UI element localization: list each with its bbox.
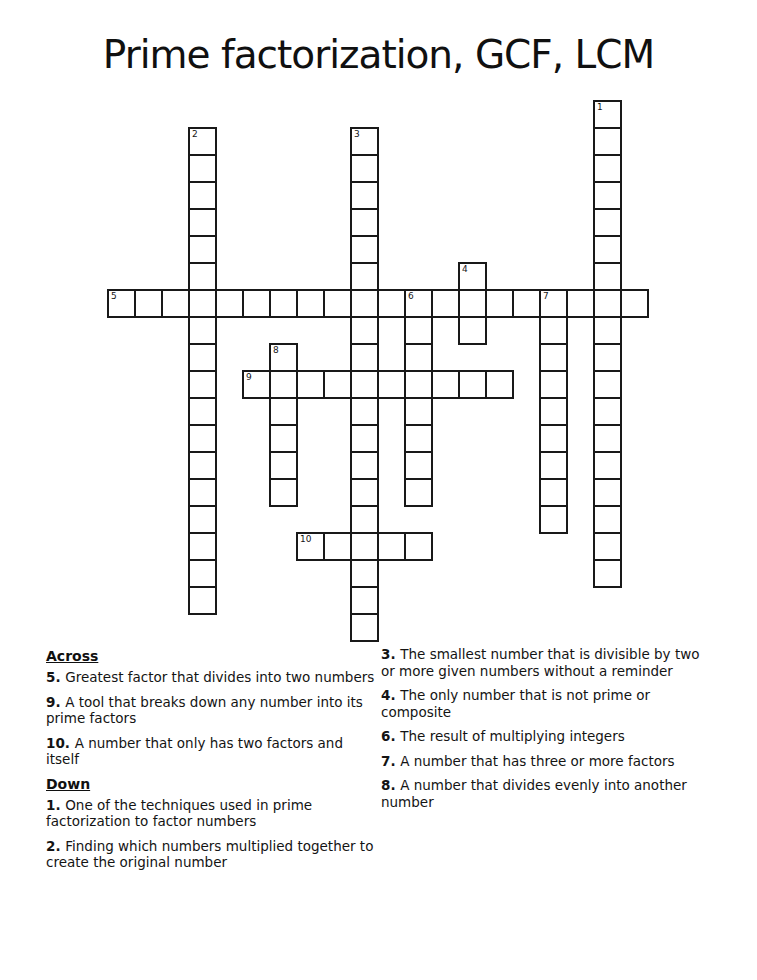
grid-cell[interactable] <box>512 289 541 318</box>
grid-cell[interactable] <box>350 559 379 588</box>
grid-cell[interactable] <box>188 154 217 183</box>
grid-cell[interactable] <box>593 235 622 264</box>
clue-number: 6. <box>381 728 400 744</box>
grid-cell[interactable] <box>431 289 460 318</box>
clue-item: 1. One of the techniques used in prime f… <box>46 797 380 830</box>
grid-cell[interactable] <box>188 478 217 507</box>
grid-cell[interactable] <box>458 316 487 345</box>
grid-cell[interactable] <box>350 397 379 426</box>
grid-cell[interactable] <box>593 559 622 588</box>
grid-cell[interactable] <box>593 208 622 237</box>
grid-cell[interactable] <box>188 343 217 372</box>
grid-cell[interactable] <box>350 505 379 534</box>
clue-text: A tool that breaks down any number into … <box>46 694 363 727</box>
grid-cell[interactable] <box>350 154 379 183</box>
grid-cell[interactable] <box>404 343 433 372</box>
cell-number: 8 <box>273 345 279 355</box>
grid-cell[interactable] <box>377 370 406 399</box>
grid-cell[interactable] <box>404 397 433 426</box>
grid-cell[interactable] <box>188 397 217 426</box>
grid-cell[interactable] <box>377 532 406 561</box>
clues-down-right: 3. The smallest number that is divisible… <box>381 646 715 810</box>
clue-text: Finding which numbers multiplied togethe… <box>46 838 373 871</box>
clue-item: 8. A number that divides evenly into ano… <box>381 777 715 810</box>
grid-cell[interactable] <box>188 505 217 534</box>
grid-cell[interactable] <box>620 289 649 318</box>
page-title: Prime factorization, GCF, LCM <box>0 32 757 77</box>
cell-number: 10 <box>300 534 311 544</box>
grid-cell[interactable] <box>350 532 379 561</box>
grid-cell[interactable]: 8 <box>269 343 298 372</box>
clue-text: Greatest factor that divides into two nu… <box>65 669 374 685</box>
clue-text: A number that divides evenly into anothe… <box>381 777 687 810</box>
grid-cell[interactable]: 5 <box>107 289 136 318</box>
grid-cell[interactable] <box>350 181 379 210</box>
grid-cell[interactable] <box>134 289 163 318</box>
grid-cell[interactable] <box>269 451 298 480</box>
grid-cell[interactable] <box>323 289 352 318</box>
grid-cell[interactable] <box>404 316 433 345</box>
grid-cell[interactable] <box>215 289 244 318</box>
grid-cell[interactable] <box>404 451 433 480</box>
down-header: Down <box>46 776 380 792</box>
cell-number: 5 <box>111 291 117 301</box>
clue-item: 10. A number that only has two factors a… <box>46 735 380 768</box>
grid-cell[interactable] <box>323 370 352 399</box>
grid-cell[interactable] <box>539 316 568 345</box>
clues-column-left: Across 5. Greatest factor that divides i… <box>46 648 380 879</box>
grid-cell[interactable] <box>188 559 217 588</box>
clue-number: 9. <box>46 694 65 710</box>
grid-cell[interactable] <box>188 316 217 345</box>
clue-item: 6. The result of multiplying integers <box>381 728 715 745</box>
clue-text: A number that has three or more factors <box>400 753 674 769</box>
clue-text: The smallest number that is divisible by… <box>381 646 699 679</box>
grid-cell[interactable] <box>350 424 379 453</box>
grid-cell[interactable]: 9 <box>242 370 271 399</box>
clue-number: 4. <box>381 687 400 703</box>
grid-cell[interactable] <box>350 208 379 237</box>
grid-cell[interactable] <box>404 424 433 453</box>
grid-cell[interactable] <box>269 397 298 426</box>
grid-cell[interactable] <box>188 181 217 210</box>
grid-cell[interactable] <box>593 343 622 372</box>
grid-cell[interactable] <box>539 478 568 507</box>
cell-number: 2 <box>192 129 198 139</box>
grid-cell[interactable] <box>296 289 325 318</box>
grid-cell[interactable] <box>350 451 379 480</box>
grid-cell[interactable] <box>350 370 379 399</box>
grid-cell[interactable] <box>539 424 568 453</box>
grid-cell[interactable] <box>539 505 568 534</box>
grid-cell[interactable] <box>593 316 622 345</box>
grid-cell[interactable] <box>188 586 217 615</box>
crossword-grid: 12345678910 <box>107 100 650 643</box>
grid-cell[interactable] <box>188 235 217 264</box>
grid-cell[interactable] <box>539 451 568 480</box>
grid-cell[interactable] <box>593 397 622 426</box>
cell-number: 7 <box>543 291 549 301</box>
grid-cell[interactable] <box>323 532 352 561</box>
grid-cell[interactable] <box>350 478 379 507</box>
clue-number: 5. <box>46 669 65 685</box>
clue-item: 4. The only number that is not prime or … <box>381 687 715 720</box>
grid-cell[interactable] <box>350 613 379 642</box>
grid-cell[interactable] <box>404 478 433 507</box>
grid-cell[interactable] <box>404 370 433 399</box>
grid-cell[interactable] <box>269 289 298 318</box>
grid-cell[interactable] <box>350 586 379 615</box>
grid-cell[interactable] <box>269 424 298 453</box>
clue-text: The only number that is not prime or com… <box>381 687 650 720</box>
grid-cell[interactable] <box>539 343 568 372</box>
grid-cell[interactable] <box>350 289 379 318</box>
grid-cell[interactable] <box>269 370 298 399</box>
grid-cell[interactable] <box>188 451 217 480</box>
grid-cell[interactable] <box>593 154 622 183</box>
grid-cell[interactable]: 10 <box>296 532 325 561</box>
grid-cell[interactable] <box>566 289 595 318</box>
clue-text: The result of multiplying integers <box>400 728 625 744</box>
grid-cell[interactable] <box>593 532 622 561</box>
cell-number: 1 <box>597 102 603 112</box>
grid-cell[interactable] <box>485 289 514 318</box>
grid-cell[interactable] <box>296 370 325 399</box>
grid-cell[interactable] <box>350 343 379 372</box>
across-header: Across <box>46 648 380 664</box>
grid-cell[interactable] <box>350 262 379 291</box>
grid-cell[interactable] <box>350 235 379 264</box>
grid-cell[interactable] <box>188 262 217 291</box>
grid-cell[interactable] <box>431 370 460 399</box>
clue-number: 7. <box>381 753 400 769</box>
grid-cell[interactable] <box>458 289 487 318</box>
grid-cell[interactable] <box>485 370 514 399</box>
grid-cell[interactable] <box>188 208 217 237</box>
grid-cell[interactable] <box>593 505 622 534</box>
grid-cell[interactable] <box>269 478 298 507</box>
clue-number: 3. <box>381 646 400 662</box>
clue-number: 2. <box>46 838 65 854</box>
cell-number: 9 <box>246 372 252 382</box>
grid-cell[interactable] <box>377 289 406 318</box>
grid-cell[interactable] <box>593 127 622 156</box>
grid-cell[interactable] <box>593 370 622 399</box>
clue-text: One of the techniques used in prime fact… <box>46 797 312 830</box>
grid-cell[interactable] <box>242 289 271 318</box>
grid-cell[interactable] <box>593 478 622 507</box>
grid-cell[interactable]: 2 <box>188 127 217 156</box>
cell-number: 4 <box>462 264 468 274</box>
clue-item: 3. The smallest number that is divisible… <box>381 646 715 679</box>
grid-cell[interactable] <box>593 424 622 453</box>
grid-cell[interactable]: 6 <box>404 289 433 318</box>
grid-cell[interactable] <box>593 181 622 210</box>
grid-cell[interactable] <box>188 289 217 318</box>
grid-cell[interactable] <box>188 532 217 561</box>
grid-cell[interactable] <box>593 289 622 318</box>
clue-text: A number that only has two factors and i… <box>46 735 343 768</box>
grid-cell[interactable]: 3 <box>350 127 379 156</box>
grid-cell[interactable] <box>593 262 622 291</box>
clue-item: 2. Finding which numbers multiplied toge… <box>46 838 380 871</box>
cell-number: 3 <box>354 129 360 139</box>
grid-cell[interactable]: 7 <box>539 289 568 318</box>
clue-item: 5. Greatest factor that divides into two… <box>46 669 380 686</box>
cell-number: 6 <box>408 291 414 301</box>
clue-item: 9. A tool that breaks down any number in… <box>46 694 380 727</box>
grid-cell[interactable] <box>593 451 622 480</box>
grid-cell[interactable] <box>188 370 217 399</box>
grid-cell[interactable] <box>539 397 568 426</box>
grid-cell[interactable] <box>161 289 190 318</box>
grid-cell[interactable] <box>188 424 217 453</box>
clues-across: 5. Greatest factor that divides into two… <box>46 669 380 768</box>
grid-cell[interactable]: 1 <box>593 100 622 129</box>
clue-number: 1. <box>46 797 65 813</box>
clues-column-right: 3. The smallest number that is divisible… <box>381 646 715 818</box>
clue-item: 7. A number that has three or more facto… <box>381 753 715 770</box>
grid-cell[interactable] <box>404 532 433 561</box>
grid-cell[interactable] <box>350 316 379 345</box>
grid-cell[interactable]: 4 <box>458 262 487 291</box>
grid-cell[interactable] <box>539 370 568 399</box>
clues-down-left: 1. One of the techniques used in prime f… <box>46 797 380 871</box>
grid-cell[interactable] <box>458 370 487 399</box>
clue-number: 8. <box>381 777 400 793</box>
clue-number: 10. <box>46 735 75 751</box>
